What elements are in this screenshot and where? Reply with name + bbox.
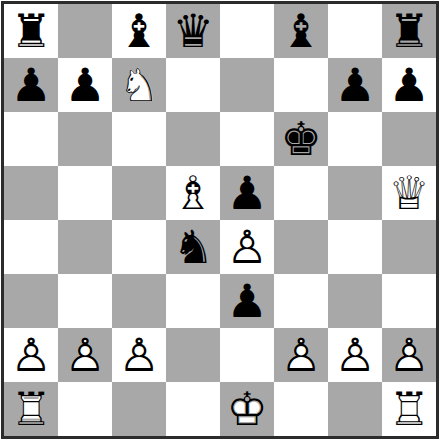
square-c5[interactable] bbox=[112, 166, 166, 220]
square-a8[interactable]: ♜ bbox=[4, 4, 58, 58]
square-f8[interactable]: ♝ bbox=[274, 4, 328, 58]
black-pawn: ♟ bbox=[58, 58, 112, 112]
square-b8[interactable] bbox=[58, 4, 112, 58]
piece-outline: ♙ bbox=[382, 328, 436, 382]
piece-outline: ♙ bbox=[274, 328, 328, 382]
piece-outline: ♖ bbox=[382, 382, 436, 436]
square-c1[interactable] bbox=[112, 382, 166, 436]
square-e6[interactable] bbox=[220, 112, 274, 166]
square-e8[interactable] bbox=[220, 4, 274, 58]
square-b6[interactable] bbox=[58, 112, 112, 166]
piece-outline: ♘ bbox=[112, 58, 166, 112]
square-e3[interactable]: ♟ bbox=[220, 274, 274, 328]
square-h1[interactable]: ♜♖ bbox=[382, 382, 436, 436]
piece-outline: ♙ bbox=[220, 220, 274, 274]
piece-outline: ♖ bbox=[4, 382, 58, 436]
white-rook: ♜♖ bbox=[382, 382, 436, 436]
square-d4[interactable]: ♞ bbox=[166, 220, 220, 274]
chess-board: ♜♝♛♝♜♟♟♞♘♟♟♚♝♗♟♛♕♞♟♙♟♟♙♟♙♟♙♟♙♟♙♟♙♜♖♚♔♜♖ bbox=[1, 1, 439, 439]
white-pawn: ♟♙ bbox=[274, 328, 328, 382]
square-d7[interactable] bbox=[166, 58, 220, 112]
piece-outline: ♙ bbox=[4, 328, 58, 382]
square-h5[interactable]: ♛♕ bbox=[382, 166, 436, 220]
square-h8[interactable]: ♜ bbox=[382, 4, 436, 58]
white-pawn: ♟♙ bbox=[4, 328, 58, 382]
square-g7[interactable]: ♟ bbox=[328, 58, 382, 112]
square-g1[interactable] bbox=[328, 382, 382, 436]
square-g2[interactable]: ♟♙ bbox=[328, 328, 382, 382]
black-bishop: ♝ bbox=[112, 4, 166, 58]
square-h7[interactable]: ♟ bbox=[382, 58, 436, 112]
square-f6[interactable]: ♚ bbox=[274, 112, 328, 166]
piece-outline: ♗ bbox=[166, 166, 220, 220]
square-b5[interactable] bbox=[58, 166, 112, 220]
square-h3[interactable] bbox=[382, 274, 436, 328]
square-a7[interactable]: ♟ bbox=[4, 58, 58, 112]
white-knight: ♞♘ bbox=[112, 58, 166, 112]
square-g8[interactable] bbox=[328, 4, 382, 58]
square-d5[interactable]: ♝♗ bbox=[166, 166, 220, 220]
black-rook: ♜ bbox=[4, 4, 58, 58]
black-pawn: ♟ bbox=[328, 58, 382, 112]
black-pawn: ♟ bbox=[220, 274, 274, 328]
square-b3[interactable] bbox=[58, 274, 112, 328]
square-d2[interactable] bbox=[166, 328, 220, 382]
square-h2[interactable]: ♟♙ bbox=[382, 328, 436, 382]
square-e2[interactable] bbox=[220, 328, 274, 382]
square-b2[interactable]: ♟♙ bbox=[58, 328, 112, 382]
square-h6[interactable] bbox=[382, 112, 436, 166]
square-a5[interactable] bbox=[4, 166, 58, 220]
piece-outline: ♙ bbox=[58, 328, 112, 382]
square-h4[interactable] bbox=[382, 220, 436, 274]
black-king: ♚ bbox=[274, 112, 328, 166]
square-b7[interactable]: ♟ bbox=[58, 58, 112, 112]
square-f3[interactable] bbox=[274, 274, 328, 328]
square-e7[interactable] bbox=[220, 58, 274, 112]
piece-outline: ♙ bbox=[112, 328, 166, 382]
square-d8[interactable]: ♛ bbox=[166, 4, 220, 58]
square-a1[interactable]: ♜♖ bbox=[4, 382, 58, 436]
white-queen: ♛♕ bbox=[382, 166, 436, 220]
square-a6[interactable] bbox=[4, 112, 58, 166]
piece-outline: ♙ bbox=[328, 328, 382, 382]
square-e5[interactable]: ♟ bbox=[220, 166, 274, 220]
black-rook: ♜ bbox=[382, 4, 436, 58]
square-d3[interactable] bbox=[166, 274, 220, 328]
square-c7[interactable]: ♞♘ bbox=[112, 58, 166, 112]
square-f7[interactable] bbox=[274, 58, 328, 112]
square-g6[interactable] bbox=[328, 112, 382, 166]
square-b4[interactable] bbox=[58, 220, 112, 274]
square-c2[interactable]: ♟♙ bbox=[112, 328, 166, 382]
black-pawn: ♟ bbox=[4, 58, 58, 112]
piece-outline: ♕ bbox=[382, 166, 436, 220]
square-a4[interactable] bbox=[4, 220, 58, 274]
white-pawn: ♟♙ bbox=[58, 328, 112, 382]
square-c3[interactable] bbox=[112, 274, 166, 328]
square-g5[interactable] bbox=[328, 166, 382, 220]
board-frame: ♜♝♛♝♜♟♟♞♘♟♟♚♝♗♟♛♕♞♟♙♟♟♙♟♙♟♙♟♙♟♙♟♙♜♖♚♔♜♖ bbox=[0, 0, 441, 441]
square-c4[interactable] bbox=[112, 220, 166, 274]
white-pawn: ♟♙ bbox=[382, 328, 436, 382]
square-g3[interactable] bbox=[328, 274, 382, 328]
square-d1[interactable] bbox=[166, 382, 220, 436]
square-d6[interactable] bbox=[166, 112, 220, 166]
black-pawn: ♟ bbox=[220, 166, 274, 220]
square-f4[interactable] bbox=[274, 220, 328, 274]
square-g4[interactable] bbox=[328, 220, 382, 274]
square-e1[interactable]: ♚♔ bbox=[220, 382, 274, 436]
black-pawn: ♟ bbox=[382, 58, 436, 112]
white-king: ♚♔ bbox=[220, 382, 274, 436]
square-c8[interactable]: ♝ bbox=[112, 4, 166, 58]
white-pawn: ♟♙ bbox=[328, 328, 382, 382]
white-bishop: ♝♗ bbox=[166, 166, 220, 220]
black-queen: ♛ bbox=[166, 4, 220, 58]
square-a2[interactable]: ♟♙ bbox=[4, 328, 58, 382]
black-knight: ♞ bbox=[166, 220, 220, 274]
square-e4[interactable]: ♟♙ bbox=[220, 220, 274, 274]
white-pawn: ♟♙ bbox=[220, 220, 274, 274]
square-f2[interactable]: ♟♙ bbox=[274, 328, 328, 382]
square-f5[interactable] bbox=[274, 166, 328, 220]
white-rook: ♜♖ bbox=[4, 382, 58, 436]
piece-outline: ♔ bbox=[220, 382, 274, 436]
black-bishop: ♝ bbox=[274, 4, 328, 58]
white-pawn: ♟♙ bbox=[112, 328, 166, 382]
square-b1[interactable] bbox=[58, 382, 112, 436]
square-c6[interactable] bbox=[112, 112, 166, 166]
square-f1[interactable] bbox=[274, 382, 328, 436]
square-a3[interactable] bbox=[4, 274, 58, 328]
